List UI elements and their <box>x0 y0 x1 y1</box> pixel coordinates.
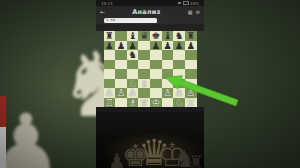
square-b2[interactable]: ♙ <box>115 88 127 98</box>
piece-P: ♙ <box>163 88 172 98</box>
piece-p: ♟ <box>186 41 195 51</box>
piece-q: ♛ <box>140 31 149 41</box>
piece-n: ♞ <box>128 50 137 60</box>
square-f4[interactable] <box>162 69 174 79</box>
battery-percent: 46% <box>190 1 199 6</box>
square-g7[interactable]: ♟ <box>173 41 185 51</box>
settings-button[interactable]: ⚙ <box>196 9 200 15</box>
piece-N: ♘ <box>175 98 184 108</box>
status-time: 19:13 <box>101 1 113 6</box>
piece-B: ♗ <box>140 79 149 89</box>
square-d7[interactable] <box>138 41 150 51</box>
square-e5[interactable] <box>150 60 162 70</box>
piece-R: ♖ <box>186 98 195 108</box>
input-row: 1. e4 <box>96 17 204 24</box>
piece-p: ♟ <box>117 41 126 51</box>
square-f7[interactable]: ♟ <box>162 41 174 51</box>
square-b5[interactable] <box>115 60 127 70</box>
square-a1[interactable]: ♖ <box>104 98 116 108</box>
square-b4[interactable] <box>115 69 127 79</box>
square-d6[interactable] <box>138 50 150 60</box>
phone-screenshot: 19:13 46% ← Анализ ▦ ⚙ 1. e4 ♜♝♛♚♝♞♜♟♟♟♟… <box>96 0 204 168</box>
square-g5[interactable] <box>173 60 185 70</box>
square-h7[interactable]: ♟ <box>185 41 197 51</box>
square-a5[interactable] <box>104 60 116 70</box>
square-f2[interactable]: ♙ <box>162 88 174 98</box>
square-e7[interactable]: ♟ <box>150 41 162 51</box>
piece-p: ♟ <box>163 41 172 51</box>
photo-rook: ♜ <box>188 153 204 168</box>
square-a6[interactable] <box>104 50 116 60</box>
square-e4[interactable] <box>150 69 162 79</box>
square-h6[interactable] <box>185 50 197 60</box>
page-title: Анализ <box>105 8 188 16</box>
square-c1[interactable]: ♗ <box>127 98 139 108</box>
app-header: ← Анализ ▦ ⚙ <box>96 6 204 17</box>
square-b6[interactable] <box>115 50 127 60</box>
piece-R: ♖ <box>105 98 114 108</box>
square-f1[interactable] <box>162 98 174 108</box>
square-c5[interactable] <box>127 60 139 70</box>
square-h5[interactable] <box>185 60 197 70</box>
battery-icon <box>183 1 189 6</box>
square-d8[interactable]: ♛ <box>138 31 150 41</box>
square-e6[interactable] <box>150 50 162 60</box>
square-c6[interactable]: ♞ <box>127 50 139 60</box>
board-setup-button[interactable]: ▦ <box>188 9 193 15</box>
video-thumbnail: ♟ ♞ 19:13 46% ← Анализ ▦ ⚙ 1. e4 <box>0 0 300 168</box>
move-input[interactable]: 1. e4 <box>104 18 157 23</box>
piece-p: ♟ <box>152 41 161 51</box>
wifi-icon <box>178 2 181 5</box>
square-g1[interactable]: ♘ <box>173 98 185 108</box>
piece-P: ♙ <box>117 88 126 98</box>
left-edge-red-segment <box>0 96 6 127</box>
white-pawn-silhouette: ♟ <box>0 104 62 168</box>
square-e1[interactable]: ♔ <box>150 98 162 108</box>
chess-set-photo: ♟♚♛♔♞♜ <box>96 112 204 168</box>
square-h1[interactable]: ♖ <box>185 98 197 108</box>
square-b1[interactable] <box>115 98 127 108</box>
square-f5[interactable] <box>162 60 174 70</box>
piece-B: ♗ <box>128 98 137 108</box>
square-h4[interactable] <box>185 69 197 79</box>
square-b7[interactable]: ♟ <box>115 41 127 51</box>
square-d5[interactable] <box>138 60 150 70</box>
square-f6[interactable] <box>162 50 174 60</box>
left-edge-strip <box>0 96 6 168</box>
square-a4[interactable] <box>104 69 116 79</box>
square-g6[interactable] <box>173 50 185 60</box>
square-d1[interactable]: ♕ <box>138 98 150 108</box>
chess-board: ♜♝♛♚♝♞♜♟♟♟♟♟♟♟♞♘♗♙♙♙♙♙♙♖♗♕♔♘♖ <box>104 31 197 107</box>
square-a7[interactable]: ♟ <box>104 41 116 51</box>
board-area: ♜♝♛♚♝♞♜♟♟♟♟♟♟♟♞♘♗♙♙♙♙♙♙♖♗♕♔♘♖ <box>96 31 204 107</box>
piece-Q: ♕ <box>140 98 149 108</box>
square-d3[interactable]: ♗ <box>138 79 150 89</box>
square-e3[interactable] <box>150 79 162 89</box>
piece-K: ♔ <box>152 98 161 108</box>
piece-p: ♟ <box>175 41 184 51</box>
piece-p: ♟ <box>105 41 114 51</box>
square-g4[interactable] <box>173 69 185 79</box>
